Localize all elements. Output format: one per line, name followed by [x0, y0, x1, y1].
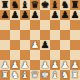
black-bishop-icon: ♝	[51, 0, 60, 10]
black-pawn-icon: ♟	[31, 10, 40, 20]
black-knight-icon: ♞	[61, 0, 70, 10]
square-f4[interactable]	[50, 40, 60, 50]
square-c1[interactable]: ♝	[20, 70, 30, 80]
square-b2[interactable]: ♟	[10, 60, 20, 70]
square-g7[interactable]: ♟	[60, 10, 70, 20]
white-rook-icon: ♜	[71, 70, 80, 80]
black-knight-icon: ♞	[11, 0, 20, 10]
square-f8[interactable]: ♝	[50, 0, 60, 10]
square-b6[interactable]	[10, 20, 20, 30]
white-pawn-icon: ♟	[31, 40, 40, 50]
square-h8[interactable]: ♜	[70, 0, 80, 10]
white-pawn-icon: ♟	[51, 60, 60, 70]
square-h2[interactable]: ♟	[70, 60, 80, 70]
square-g6[interactable]	[60, 20, 70, 30]
white-pawn-icon: ♟	[61, 60, 70, 70]
white-knight-icon: ♞	[61, 70, 70, 80]
square-c4[interactable]	[20, 40, 30, 50]
white-rook-icon: ♜	[1, 70, 10, 80]
square-h7[interactable]: ♟	[70, 10, 80, 20]
square-e1[interactable]: ♚	[40, 70, 50, 80]
square-e5[interactable]	[40, 30, 50, 40]
white-bishop-icon: ♝	[51, 70, 60, 80]
black-king-icon: ♚	[41, 0, 50, 10]
square-h1[interactable]: ♜	[70, 70, 80, 80]
square-d3[interactable]	[30, 50, 40, 60]
white-bishop-icon: ♝	[21, 70, 30, 80]
square-e6[interactable]	[40, 20, 50, 30]
black-pawn-icon: ♟	[1, 10, 10, 20]
square-c6[interactable]	[20, 20, 30, 30]
black-pawn-icon: ♟	[11, 10, 20, 20]
square-g1[interactable]: ♞	[60, 70, 70, 80]
black-rook-icon: ♜	[71, 0, 80, 10]
white-pawn-icon: ♟	[11, 60, 20, 70]
square-a2[interactable]: ♟	[0, 60, 10, 70]
square-b3[interactable]	[10, 50, 20, 60]
square-b4[interactable]	[10, 40, 20, 50]
white-knight-icon: ♞	[11, 70, 20, 80]
black-pawn-icon: ♟	[41, 40, 50, 50]
square-f6[interactable]	[50, 20, 60, 30]
black-pawn-icon: ♟	[51, 10, 60, 20]
white-pawn-icon: ♟	[1, 60, 10, 70]
square-e4[interactable]: ♟	[40, 40, 50, 50]
square-f1[interactable]: ♝	[50, 70, 60, 80]
square-f3[interactable]	[50, 50, 60, 60]
square-a8[interactable]: ♜	[0, 0, 10, 10]
square-a1[interactable]: ♜	[0, 70, 10, 80]
square-e7[interactable]	[40, 10, 50, 20]
square-b7[interactable]: ♟	[10, 10, 20, 20]
square-d6[interactable]	[30, 20, 40, 30]
square-c7[interactable]: ♟	[20, 10, 30, 20]
black-pawn-icon: ♟	[71, 10, 80, 20]
square-g8[interactable]: ♞	[60, 0, 70, 10]
square-b8[interactable]: ♞	[10, 0, 20, 10]
square-g5[interactable]	[60, 30, 70, 40]
white-pawn-icon: ♟	[41, 60, 50, 70]
square-a3[interactable]	[0, 50, 10, 60]
square-c5[interactable]	[20, 30, 30, 40]
square-g2[interactable]: ♟	[60, 60, 70, 70]
square-d1[interactable]: ♛	[30, 70, 40, 80]
square-c3[interactable]	[20, 50, 30, 60]
black-pawn-icon: ♟	[61, 10, 70, 20]
square-f5[interactable]	[50, 30, 60, 40]
chess-board: ♜♞♝♛♚♝♞♜♟♟♟♟♟♟♟♟♟♟♟♟♟♟♟♟♜♞♝♛♚♝♞♜	[0, 0, 80, 80]
square-d8[interactable]: ♛	[30, 0, 40, 10]
square-d5[interactable]	[30, 30, 40, 40]
square-a4[interactable]	[0, 40, 10, 50]
black-pawn-icon: ♟	[21, 10, 30, 20]
square-b1[interactable]: ♞	[10, 70, 20, 80]
square-e3[interactable]	[40, 50, 50, 60]
square-a7[interactable]: ♟	[0, 10, 10, 20]
square-c8[interactable]: ♝	[20, 0, 30, 10]
square-h4[interactable]	[70, 40, 80, 50]
white-pawn-icon: ♟	[21, 60, 30, 70]
square-a6[interactable]	[0, 20, 10, 30]
square-c2[interactable]: ♟	[20, 60, 30, 70]
square-f7[interactable]: ♟	[50, 10, 60, 20]
square-g3[interactable]	[60, 50, 70, 60]
square-d4[interactable]: ♟	[30, 40, 40, 50]
square-h3[interactable]	[70, 50, 80, 60]
black-rook-icon: ♜	[1, 0, 10, 10]
square-e8[interactable]: ♚	[40, 0, 50, 10]
black-queen-icon: ♛	[31, 0, 40, 10]
square-d2[interactable]	[30, 60, 40, 70]
square-g4[interactable]	[60, 40, 70, 50]
square-h5[interactable]	[70, 30, 80, 40]
white-queen-icon: ♛	[31, 70, 40, 80]
black-bishop-icon: ♝	[21, 0, 30, 10]
square-f2[interactable]: ♟	[50, 60, 60, 70]
square-e2[interactable]: ♟	[40, 60, 50, 70]
white-pawn-icon: ♟	[71, 60, 80, 70]
white-king-icon: ♚	[41, 70, 50, 80]
square-d7[interactable]: ♟	[30, 10, 40, 20]
square-h6[interactable]	[70, 20, 80, 30]
square-a5[interactable]	[0, 30, 10, 40]
square-b5[interactable]	[10, 30, 20, 40]
